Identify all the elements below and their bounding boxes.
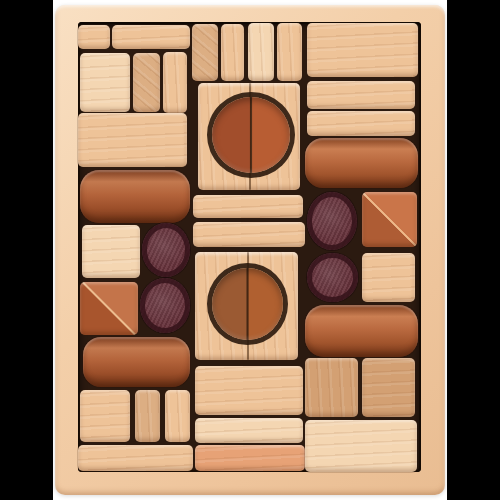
square-left-middle: [82, 225, 140, 278]
bar-center-lower: [195, 418, 303, 443]
inlay-square-bottom: [195, 252, 298, 360]
rect-bottom-right: [305, 420, 417, 472]
maroon-disc-left-2: [140, 278, 190, 333]
block-lower-left-end: [165, 390, 190, 442]
block-upper-left-end: [163, 52, 187, 113]
pillarbox-right-bar: [447, 0, 500, 500]
bar-mid-2: [193, 222, 305, 247]
recessed-two-tone-circle: [212, 97, 290, 173]
cylinder-left-lower: [83, 337, 190, 387]
square-right-middle: [362, 253, 415, 302]
cylinder-right-upper: [305, 138, 418, 188]
rect-top-right: [307, 23, 418, 77]
post-top-1: [192, 24, 218, 81]
cylinder-right-lower: [305, 305, 418, 357]
square-lower-left: [80, 390, 130, 442]
maroon-disc-right-2: [307, 253, 358, 302]
square-upper-left: [80, 53, 130, 112]
triangle-square-left: [80, 282, 138, 335]
bar-bottom-left: [78, 445, 193, 471]
post-top-4: [277, 23, 302, 81]
rect-center-bottom: [195, 366, 303, 415]
inlay-square-top: [198, 83, 300, 190]
cylinder-left-upper: [80, 170, 190, 223]
bar-bottom-center: [195, 445, 305, 471]
block-upper-left-mid: [133, 53, 160, 112]
triangle-square-right: [362, 192, 417, 247]
rect-left: [78, 113, 187, 167]
block-lower-left-mid: [135, 390, 160, 442]
post-top-3: [248, 23, 274, 81]
tray-interior: [78, 22, 421, 472]
recessed-two-tone-circle: [212, 268, 283, 340]
bar-right-2: [307, 111, 415, 136]
product-photo-stage: [0, 0, 500, 500]
square-lower-right-1: [305, 358, 358, 417]
post-top-2: [221, 24, 244, 81]
bar-top-left-short: [78, 25, 110, 49]
square-lower-right-2: [362, 358, 415, 417]
bar-top-left-long: [112, 25, 190, 49]
pillarbox-left-bar: [0, 0, 53, 500]
wooden-tray-frame: [55, 5, 445, 495]
maroon-disc-left-1: [142, 223, 190, 277]
bar-mid-1: [193, 195, 303, 218]
bar-right-1: [307, 81, 415, 109]
maroon-disc-right-1: [307, 192, 357, 250]
